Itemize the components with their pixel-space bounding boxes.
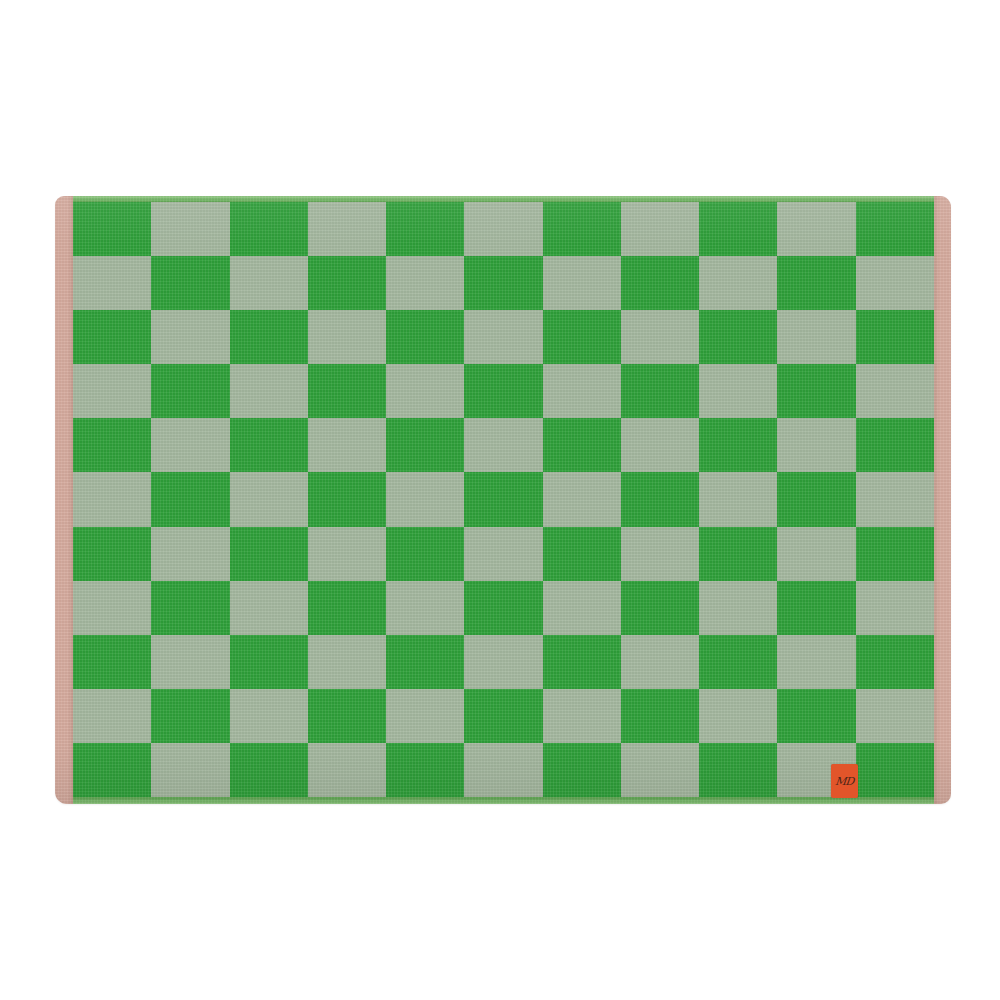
brand-tag: MD — [831, 764, 858, 798]
board-cell-r7-c5 — [386, 527, 464, 581]
board-cell-r3-c9 — [699, 310, 777, 364]
board-cell-r7-c10 — [777, 527, 855, 581]
board-cell-r11-c9 — [699, 743, 777, 797]
board-cell-r9-c4 — [308, 635, 386, 689]
board-cell-r10-c8 — [621, 689, 699, 743]
board-cell-r8-c10 — [777, 581, 855, 635]
board-cell-r6-c7 — [543, 472, 621, 526]
board-cell-r4-c4 — [308, 364, 386, 418]
mat-right-selvedge — [934, 196, 951, 804]
board-cell-r4-c10 — [777, 364, 855, 418]
board-cell-r8-c3 — [230, 581, 308, 635]
board-cell-r11-c11 — [856, 743, 934, 797]
board-cell-r1-c1 — [73, 202, 151, 256]
board-cell-r9-c5 — [386, 635, 464, 689]
board-cell-r7-c8 — [621, 527, 699, 581]
board-cell-r5-c1 — [73, 418, 151, 472]
board-cell-r4-c6 — [464, 364, 542, 418]
board-cell-r3-c1 — [73, 310, 151, 364]
board-cell-r1-c7 — [543, 202, 621, 256]
board-cell-r2-c9 — [699, 256, 777, 310]
board-cell-r6-c6 — [464, 472, 542, 526]
board-cell-r5-c9 — [699, 418, 777, 472]
board-cell-r3-c11 — [856, 310, 934, 364]
board-cell-r10-c3 — [230, 689, 308, 743]
board-cell-r9-c6 — [464, 635, 542, 689]
board-cell-r9-c11 — [856, 635, 934, 689]
brand-logo-monogram: MD — [835, 776, 854, 787]
board-cell-r4-c1 — [73, 364, 151, 418]
board-cell-r8-c2 — [151, 581, 229, 635]
board-cell-r1-c2 — [151, 202, 229, 256]
board-cell-r7-c4 — [308, 527, 386, 581]
board-cell-r10-c4 — [308, 689, 386, 743]
board-cell-r1-c3 — [230, 202, 308, 256]
checkerboard-mat: MD — [55, 196, 951, 804]
board-cell-r1-c6 — [464, 202, 542, 256]
board-cell-r5-c7 — [543, 418, 621, 472]
board-cell-r7-c11 — [856, 527, 934, 581]
board-cell-r4-c3 — [230, 364, 308, 418]
board-cell-r8-c1 — [73, 581, 151, 635]
board-cell-r4-c8 — [621, 364, 699, 418]
board-cell-r5-c2 — [151, 418, 229, 472]
board-cell-r3-c10 — [777, 310, 855, 364]
product-photo: MD — [0, 0, 1000, 1000]
board-cell-r2-c3 — [230, 256, 308, 310]
board-cell-r9-c10 — [777, 635, 855, 689]
board-cell-r6-c9 — [699, 472, 777, 526]
board-cell-r2-c6 — [464, 256, 542, 310]
board-cell-r3-c4 — [308, 310, 386, 364]
board-cell-r7-c3 — [230, 527, 308, 581]
board-cell-r10-c5 — [386, 689, 464, 743]
board-cell-r3-c6 — [464, 310, 542, 364]
board-cell-r5-c11 — [856, 418, 934, 472]
board-cell-r1-c10 — [777, 202, 855, 256]
board-cell-r6-c3 — [230, 472, 308, 526]
board-cell-r10-c10 — [777, 689, 855, 743]
board-cell-r9-c1 — [73, 635, 151, 689]
board-cell-r1-c5 — [386, 202, 464, 256]
board-cell-r3-c5 — [386, 310, 464, 364]
board-cell-r11-c4 — [308, 743, 386, 797]
board-cell-r11-c3 — [230, 743, 308, 797]
board-cell-r10-c7 — [543, 689, 621, 743]
mat-center-panel — [73, 196, 934, 804]
board-cell-r4-c9 — [699, 364, 777, 418]
board-cell-r11-c2 — [151, 743, 229, 797]
board-cell-r6-c8 — [621, 472, 699, 526]
board-cell-r7-c9 — [699, 527, 777, 581]
board-cell-r9-c7 — [543, 635, 621, 689]
board-cell-r6-c4 — [308, 472, 386, 526]
board-cell-r1-c9 — [699, 202, 777, 256]
board-cell-r2-c11 — [856, 256, 934, 310]
board-cell-r2-c2 — [151, 256, 229, 310]
mat-left-selvedge — [55, 196, 73, 804]
board-cell-r5-c5 — [386, 418, 464, 472]
board-cell-r9-c2 — [151, 635, 229, 689]
board-cell-r6-c2 — [151, 472, 229, 526]
board-cell-r10-c9 — [699, 689, 777, 743]
board-cell-r2-c8 — [621, 256, 699, 310]
board-cell-r10-c1 — [73, 689, 151, 743]
board-cell-r8-c4 — [308, 581, 386, 635]
board-cell-r4-c2 — [151, 364, 229, 418]
board-cell-r8-c11 — [856, 581, 934, 635]
board-cell-r3-c3 — [230, 310, 308, 364]
board-cell-r5-c3 — [230, 418, 308, 472]
board-cell-r4-c5 — [386, 364, 464, 418]
board-cell-r4-c11 — [856, 364, 934, 418]
board-cell-r3-c8 — [621, 310, 699, 364]
board-cell-r9-c9 — [699, 635, 777, 689]
board-cell-r9-c8 — [621, 635, 699, 689]
board-cell-r5-c10 — [777, 418, 855, 472]
board-cell-r8-c7 — [543, 581, 621, 635]
board-cell-r2-c1 — [73, 256, 151, 310]
board-cell-r1-c4 — [308, 202, 386, 256]
board-cell-r7-c2 — [151, 527, 229, 581]
board-cell-r6-c5 — [386, 472, 464, 526]
board-cell-r5-c4 — [308, 418, 386, 472]
board-cell-r2-c4 — [308, 256, 386, 310]
mat-bottom-hem — [73, 797, 934, 804]
board-cell-r1-c8 — [621, 202, 699, 256]
board-cell-r8-c6 — [464, 581, 542, 635]
board-cell-r11-c6 — [464, 743, 542, 797]
board-cell-r11-c5 — [386, 743, 464, 797]
board-cell-r10-c11 — [856, 689, 934, 743]
board-cell-r2-c5 — [386, 256, 464, 310]
board-cell-r2-c10 — [777, 256, 855, 310]
board-cell-r6-c10 — [777, 472, 855, 526]
board-cell-r3-c2 — [151, 310, 229, 364]
board-cell-r3-c7 — [543, 310, 621, 364]
board-cell-r9-c3 — [230, 635, 308, 689]
board-cell-r8-c8 — [621, 581, 699, 635]
board-cell-r8-c5 — [386, 581, 464, 635]
board-cell-r10-c6 — [464, 689, 542, 743]
board-cell-r7-c7 — [543, 527, 621, 581]
board-cell-r4-c7 — [543, 364, 621, 418]
board-cell-r11-c7 — [543, 743, 621, 797]
board-cell-r6-c11 — [856, 472, 934, 526]
board-cell-r8-c9 — [699, 581, 777, 635]
board-cell-r6-c1 — [73, 472, 151, 526]
board-cell-r7-c6 — [464, 527, 542, 581]
board-cell-r11-c8 — [621, 743, 699, 797]
board-cell-r5-c8 — [621, 418, 699, 472]
board-cell-r7-c1 — [73, 527, 151, 581]
board-cell-r2-c7 — [543, 256, 621, 310]
board-cell-r10-c2 — [151, 689, 229, 743]
board-cell-r11-c1 — [73, 743, 151, 797]
board-cell-r5-c6 — [464, 418, 542, 472]
board-cell-r1-c11 — [856, 202, 934, 256]
checkerboard-grid — [73, 202, 934, 797]
